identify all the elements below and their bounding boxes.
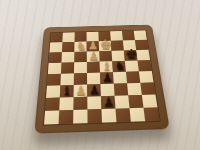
square-b6 (61, 52, 74, 63)
square-h8 (134, 30, 147, 40)
square-a7 (49, 42, 62, 52)
square-h6 (136, 50, 150, 61)
square-e4: ♟ (100, 72, 114, 84)
square-d6: ♟ (87, 51, 100, 62)
black-king: ♚ (125, 47, 138, 61)
square-a5 (48, 63, 62, 74)
square-b1 (59, 110, 74, 124)
square-c1 (73, 110, 87, 124)
white-pawn: ♟ (88, 50, 99, 62)
square-h5 (137, 60, 151, 71)
square-c8 (75, 32, 87, 42)
white-bishop: ♝ (101, 60, 112, 72)
square-a1 (44, 110, 59, 124)
square-c2 (73, 97, 87, 110)
black-pawn: ♟ (88, 84, 100, 97)
square-a6 (49, 52, 62, 63)
square-a3 (46, 85, 60, 98)
chess-board: ♞♟♚♟♚♝♞♟♝♟♟♟ (44, 30, 159, 124)
square-f8 (110, 31, 123, 41)
black-bishop: ♝ (61, 85, 73, 98)
square-c6 (74, 52, 87, 63)
square-d2 (87, 96, 101, 109)
chess-board-wrapper: ♞♟♚♟♚♝♞♟♝♟♟♟ (34, 25, 170, 134)
square-c5 (74, 62, 87, 73)
square-f4 (113, 72, 127, 84)
square-d3: ♟ (87, 84, 101, 97)
square-f5: ♞ (112, 61, 126, 72)
black-pawn: ♟ (101, 71, 112, 84)
square-f2 (115, 95, 130, 108)
square-b7 (62, 42, 75, 52)
square-e1 (101, 109, 116, 123)
square-c7: ♞ (74, 42, 86, 52)
square-h7 (135, 40, 149, 50)
table-surface: ♞♟♚♟♚♝♞♟♝♟♟♟ (0, 0, 200, 150)
square-f7 (111, 41, 124, 51)
square-e5: ♝ (100, 61, 113, 72)
square-h1 (143, 107, 159, 121)
black-knight: ♞ (114, 60, 125, 72)
square-e8 (98, 31, 110, 41)
square-b3: ♝ (60, 85, 74, 98)
square-d4 (87, 73, 100, 85)
white-pawn: ♟ (74, 84, 86, 97)
square-b2 (59, 97, 73, 110)
square-a2 (45, 98, 60, 111)
square-e2: ♟ (101, 96, 116, 109)
white-pawn: ♟ (87, 40, 98, 52)
square-b8 (62, 32, 74, 42)
square-d8 (87, 32, 99, 42)
square-b4 (60, 73, 74, 85)
square-d1 (87, 109, 102, 123)
square-b5 (61, 62, 74, 73)
square-h4 (139, 71, 154, 83)
square-f6 (112, 50, 125, 61)
square-h3 (140, 82, 155, 94)
black-pawn: ♟ (102, 96, 114, 109)
square-a8 (50, 33, 63, 43)
square-d7: ♟ (87, 41, 99, 51)
square-c3: ♟ (74, 85, 88, 98)
white-knight: ♞ (75, 40, 86, 52)
square-e7: ♚ (99, 41, 112, 51)
square-e6 (99, 51, 112, 62)
square-a4 (47, 74, 61, 86)
square-e3 (100, 84, 114, 97)
square-c4 (74, 73, 87, 85)
square-d5 (87, 62, 100, 73)
chess-board-frame: ♞♟♚♟♚♝♞♟♝♟♟♟ (34, 25, 170, 134)
square-h2 (142, 95, 158, 108)
square-f3 (114, 83, 128, 96)
square-f1 (116, 108, 131, 122)
